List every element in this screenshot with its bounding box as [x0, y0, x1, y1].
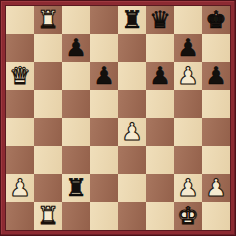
square-a6[interactable]: ♛	[6, 62, 34, 90]
piece-black-pawn-c7[interactable]: ♟	[62, 34, 90, 62]
piece-black-pawn-d6[interactable]: ♟	[90, 62, 118, 90]
piece-black-pawn-h6[interactable]: ♟	[202, 62, 230, 90]
board-frame: ♜♜♛♚♟♟♛♟♟♟♟♟♟♜♟♟♜♚	[0, 0, 236, 236]
piece-white-king-g1[interactable]: ♚	[174, 202, 202, 230]
square-b2[interactable]	[34, 174, 62, 202]
piece-black-rook-c2[interactable]: ♜	[62, 174, 90, 202]
square-c8[interactable]	[62, 6, 90, 34]
square-c4[interactable]	[62, 118, 90, 146]
square-d5[interactable]	[90, 90, 118, 118]
square-e8[interactable]: ♜	[118, 6, 146, 34]
square-f6[interactable]: ♟	[146, 62, 174, 90]
piece-black-pawn-f6[interactable]: ♟	[146, 62, 174, 90]
square-g2[interactable]: ♟	[174, 174, 202, 202]
square-a3[interactable]	[6, 146, 34, 174]
square-b6[interactable]	[34, 62, 62, 90]
square-g3[interactable]	[174, 146, 202, 174]
square-g7[interactable]: ♟	[174, 34, 202, 62]
square-c3[interactable]	[62, 146, 90, 174]
piece-white-rook-b1[interactable]: ♜	[34, 202, 62, 230]
square-f2[interactable]	[146, 174, 174, 202]
square-a7[interactable]	[6, 34, 34, 62]
square-c7[interactable]: ♟	[62, 34, 90, 62]
square-b3[interactable]	[34, 146, 62, 174]
square-d6[interactable]: ♟	[90, 62, 118, 90]
square-f5[interactable]	[146, 90, 174, 118]
square-e2[interactable]	[118, 174, 146, 202]
square-e4[interactable]: ♟	[118, 118, 146, 146]
square-d8[interactable]	[90, 6, 118, 34]
square-h6[interactable]: ♟	[202, 62, 230, 90]
square-g5[interactable]	[174, 90, 202, 118]
square-g8[interactable]	[174, 6, 202, 34]
square-a5[interactable]	[6, 90, 34, 118]
square-g4[interactable]	[174, 118, 202, 146]
square-b4[interactable]	[34, 118, 62, 146]
square-d7[interactable]	[90, 34, 118, 62]
square-e5[interactable]	[118, 90, 146, 118]
square-g1[interactable]: ♚	[174, 202, 202, 230]
square-h1[interactable]	[202, 202, 230, 230]
square-b1[interactable]: ♜	[34, 202, 62, 230]
chess-board: ♜♜♛♚♟♟♛♟♟♟♟♟♟♜♟♟♜♚	[6, 6, 230, 230]
square-a8[interactable]	[6, 6, 34, 34]
square-h3[interactable]	[202, 146, 230, 174]
piece-black-rook-e8[interactable]: ♜	[118, 6, 146, 34]
piece-white-pawn-h2[interactable]: ♟	[202, 174, 230, 202]
piece-white-rook-b8[interactable]: ♜	[34, 6, 62, 34]
piece-black-king-h8[interactable]: ♚	[202, 6, 230, 34]
square-c5[interactable]	[62, 90, 90, 118]
piece-black-pawn-g7[interactable]: ♟	[174, 34, 202, 62]
square-a2[interactable]: ♟	[6, 174, 34, 202]
square-e3[interactable]	[118, 146, 146, 174]
square-e7[interactable]	[118, 34, 146, 62]
square-g6[interactable]: ♟	[174, 62, 202, 90]
square-d1[interactable]	[90, 202, 118, 230]
square-h7[interactable]	[202, 34, 230, 62]
square-d4[interactable]	[90, 118, 118, 146]
square-b7[interactable]	[34, 34, 62, 62]
piece-white-pawn-a2[interactable]: ♟	[6, 174, 34, 202]
square-h8[interactable]: ♚	[202, 6, 230, 34]
square-b8[interactable]: ♜	[34, 6, 62, 34]
square-d2[interactable]	[90, 174, 118, 202]
piece-white-pawn-g6[interactable]: ♟	[174, 62, 202, 90]
square-f1[interactable]	[146, 202, 174, 230]
square-c6[interactable]	[62, 62, 90, 90]
square-h5[interactable]	[202, 90, 230, 118]
square-d3[interactable]	[90, 146, 118, 174]
piece-white-queen-a6[interactable]: ♛	[6, 62, 34, 90]
square-a4[interactable]	[6, 118, 34, 146]
square-c1[interactable]	[62, 202, 90, 230]
square-f4[interactable]	[146, 118, 174, 146]
square-h4[interactable]	[202, 118, 230, 146]
square-f8[interactable]: ♛	[146, 6, 174, 34]
piece-white-pawn-e4[interactable]: ♟	[118, 118, 146, 146]
piece-black-queen-f8[interactable]: ♛	[146, 6, 174, 34]
square-e1[interactable]	[118, 202, 146, 230]
square-a1[interactable]	[6, 202, 34, 230]
square-c2[interactable]: ♜	[62, 174, 90, 202]
square-f7[interactable]	[146, 34, 174, 62]
square-f3[interactable]	[146, 146, 174, 174]
square-e6[interactable]	[118, 62, 146, 90]
square-h2[interactable]: ♟	[202, 174, 230, 202]
piece-white-pawn-g2[interactable]: ♟	[174, 174, 202, 202]
square-b5[interactable]	[34, 90, 62, 118]
